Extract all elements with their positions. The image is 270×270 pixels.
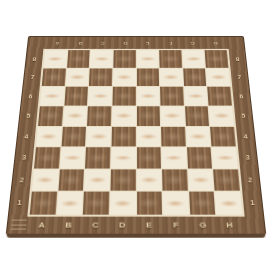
rank-label: 1 — [9, 191, 30, 215]
board-square[interactable] — [34, 147, 60, 168]
board-square[interactable] — [110, 192, 136, 215]
board-square[interactable] — [36, 126, 62, 146]
board-square[interactable] — [205, 50, 229, 67]
frame-print-mark — [11, 220, 27, 230]
board-square[interactable] — [182, 50, 205, 67]
file-label: B — [68, 41, 91, 45]
board-square[interactable] — [137, 192, 163, 215]
board-square[interactable] — [113, 50, 135, 67]
board-square[interactable] — [209, 106, 234, 125]
board-square[interactable] — [67, 50, 90, 67]
board-square[interactable] — [213, 169, 240, 191]
board-frame: ABCDEFGH ABCDEFGH 87654321 87654321 — [6, 36, 267, 235]
board-square[interactable] — [188, 169, 214, 191]
file-label: H — [216, 221, 244, 230]
board-square[interactable] — [137, 147, 162, 168]
board-square[interactable] — [183, 68, 207, 86]
file-label: B — [55, 221, 82, 230]
rank-label: 3 — [14, 147, 34, 169]
board-square[interactable] — [112, 87, 135, 106]
board-square[interactable] — [63, 106, 88, 125]
file-label: E — [136, 221, 163, 230]
rank-label: 2 — [240, 169, 260, 192]
board-square[interactable] — [112, 106, 136, 125]
board-square[interactable] — [184, 87, 208, 106]
board-square[interactable] — [186, 126, 211, 146]
board-square[interactable] — [30, 192, 57, 215]
board-square[interactable] — [90, 50, 113, 67]
rank-label: 2 — [12, 169, 32, 192]
board-square[interactable] — [65, 68, 89, 86]
file-label: F — [163, 221, 190, 230]
file-label: D — [113, 41, 136, 45]
board-square[interactable] — [85, 147, 110, 168]
file-label: E — [136, 41, 159, 45]
file-label: C — [91, 41, 114, 45]
board-square[interactable] — [208, 87, 232, 106]
board-square[interactable] — [32, 169, 59, 191]
rank-label: 4 — [236, 126, 255, 147]
file-label: C — [82, 221, 109, 230]
board-square[interactable] — [136, 106, 160, 125]
board-square[interactable] — [111, 126, 135, 146]
rank-label: 5 — [234, 106, 253, 126]
board-square[interactable] — [206, 68, 230, 86]
board-grid — [30, 50, 243, 214]
board-square[interactable] — [160, 68, 183, 86]
board-square[interactable] — [137, 126, 161, 146]
rank-label: 5 — [19, 106, 38, 126]
rank-label: 6 — [232, 87, 251, 106]
board-square[interactable] — [40, 87, 64, 106]
file-label: A — [46, 41, 69, 45]
board-playing-area — [27, 49, 244, 217]
file-label: H — [203, 41, 226, 45]
board-square[interactable] — [161, 126, 186, 146]
board-square[interactable] — [83, 192, 109, 215]
photo-background: ABCDEFGH ABCDEFGH 87654321 87654321 — [0, 0, 270, 270]
board-square[interactable] — [113, 68, 136, 86]
board-square[interactable] — [61, 126, 86, 146]
file-label: F — [158, 41, 181, 45]
board-square[interactable] — [42, 68, 66, 86]
file-label: G — [189, 221, 216, 230]
board-square[interactable] — [38, 106, 63, 125]
board-square[interactable] — [58, 169, 84, 191]
rank-label: 7 — [23, 68, 41, 87]
rank-label: 8 — [229, 50, 247, 68]
rank-label: 3 — [238, 147, 258, 169]
board-square[interactable] — [44, 50, 68, 67]
file-label: A — [28, 221, 56, 230]
rank-label: 1 — [242, 191, 263, 215]
board-square[interactable] — [136, 87, 159, 106]
board-square[interactable] — [160, 87, 184, 106]
board-square[interactable] — [56, 192, 83, 215]
rank-label: 8 — [25, 50, 43, 68]
board-square[interactable] — [111, 147, 136, 168]
board-square[interactable] — [187, 147, 213, 168]
file-label: G — [181, 41, 204, 45]
rank-label: 7 — [230, 68, 248, 87]
board-square[interactable] — [64, 87, 88, 106]
board-square[interactable] — [189, 192, 216, 215]
board-square[interactable] — [162, 147, 187, 168]
board-square[interactable] — [89, 68, 112, 86]
board-square[interactable] — [87, 106, 111, 125]
file-labels-bottom: ABCDEFGH — [28, 217, 244, 234]
board-square[interactable] — [159, 50, 182, 67]
board-square[interactable] — [212, 147, 238, 168]
board-square[interactable] — [88, 87, 112, 106]
file-label: D — [109, 221, 136, 230]
board-square[interactable] — [210, 126, 236, 146]
board-square[interactable] — [162, 169, 188, 191]
board-square[interactable] — [136, 50, 158, 67]
board-square[interactable] — [110, 169, 135, 191]
board-square[interactable] — [84, 169, 110, 191]
board-square[interactable] — [137, 169, 162, 191]
chessboard: ABCDEFGH ABCDEFGH 87654321 87654321 — [18, 8, 252, 242]
board-square[interactable] — [163, 192, 189, 215]
board-square[interactable] — [161, 106, 185, 125]
rank-label: 6 — [21, 87, 40, 106]
rank-label: 4 — [17, 126, 36, 147]
board-square[interactable] — [136, 68, 159, 86]
board-square[interactable] — [86, 126, 111, 146]
file-labels-top: ABCDEFGH — [45, 37, 226, 49]
board-square[interactable] — [60, 147, 86, 168]
board-square[interactable] — [185, 106, 210, 125]
board-square[interactable] — [215, 192, 242, 215]
